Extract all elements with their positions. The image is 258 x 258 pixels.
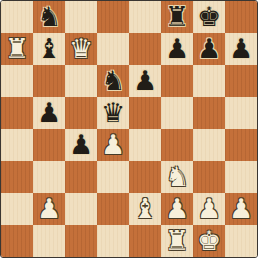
square-c6[interactable] <box>65 65 97 97</box>
square-f5[interactable] <box>161 97 193 129</box>
piece-black-rook-f8[interactable]: ♜ <box>165 1 189 33</box>
square-h5[interactable] <box>225 97 257 129</box>
square-c5[interactable] <box>65 97 97 129</box>
square-a7[interactable]: ♜ <box>1 33 33 65</box>
square-h6[interactable] <box>225 65 257 97</box>
piece-black-knight-b8[interactable]: ♞ <box>37 1 61 33</box>
piece-white-pawn-d4[interactable]: ♟ <box>101 129 125 161</box>
square-g2[interactable]: ♟ <box>193 193 225 225</box>
square-g8[interactable]: ♚ <box>193 1 225 33</box>
square-a3[interactable] <box>1 161 33 193</box>
square-d2[interactable] <box>97 193 129 225</box>
square-b8[interactable]: ♞ <box>33 1 65 33</box>
square-f3[interactable]: ♞ <box>161 161 193 193</box>
piece-white-bishop-e2[interactable]: ♝ <box>133 193 157 225</box>
piece-white-queen-c7[interactable]: ♛ <box>69 33 93 65</box>
square-e3[interactable] <box>129 161 161 193</box>
square-a4[interactable] <box>1 129 33 161</box>
square-h8[interactable] <box>225 1 257 33</box>
square-d6[interactable]: ♞ <box>97 65 129 97</box>
square-b7[interactable]: ♝ <box>33 33 65 65</box>
square-f7[interactable]: ♟ <box>161 33 193 65</box>
piece-black-king-g8[interactable]: ♚ <box>197 1 221 33</box>
square-b6[interactable] <box>33 65 65 97</box>
piece-black-pawn-c4[interactable]: ♟ <box>69 129 93 161</box>
square-b4[interactable] <box>33 129 65 161</box>
square-c2[interactable] <box>65 193 97 225</box>
square-f8[interactable]: ♜ <box>161 1 193 33</box>
square-c4[interactable]: ♟ <box>65 129 97 161</box>
piece-black-bishop-b7[interactable]: ♝ <box>37 33 61 65</box>
square-d1[interactable] <box>97 225 129 257</box>
square-g7[interactable]: ♟ <box>193 33 225 65</box>
piece-black-queen-d5[interactable]: ♛ <box>101 97 125 129</box>
piece-black-pawn-g7[interactable]: ♟ <box>197 33 221 65</box>
square-d8[interactable] <box>97 1 129 33</box>
square-e8[interactable] <box>129 1 161 33</box>
square-f4[interactable] <box>161 129 193 161</box>
piece-white-knight-f3[interactable]: ♞ <box>165 161 189 193</box>
square-a2[interactable] <box>1 193 33 225</box>
piece-white-rook-a7[interactable]: ♜ <box>5 33 29 65</box>
square-g5[interactable] <box>193 97 225 129</box>
square-e6[interactable]: ♟ <box>129 65 161 97</box>
piece-white-pawn-g2[interactable]: ♟ <box>197 193 221 225</box>
square-c8[interactable] <box>65 1 97 33</box>
piece-white-king-g1[interactable]: ♚ <box>197 225 221 257</box>
square-h4[interactable] <box>225 129 257 161</box>
piece-white-pawn-b2[interactable]: ♟ <box>37 193 61 225</box>
square-a1[interactable] <box>1 225 33 257</box>
square-a5[interactable] <box>1 97 33 129</box>
square-f1[interactable]: ♜ <box>161 225 193 257</box>
square-c3[interactable] <box>65 161 97 193</box>
piece-black-knight-d6[interactable]: ♞ <box>101 65 125 97</box>
piece-black-pawn-b5[interactable]: ♟ <box>37 97 61 129</box>
piece-white-rook-f1[interactable]: ♜ <box>165 225 189 257</box>
square-e1[interactable] <box>129 225 161 257</box>
piece-white-pawn-f2[interactable]: ♟ <box>165 193 189 225</box>
chess-board-frame: ♞♜♚♜♝♛♟♟♟♞♟♟♛♟♟♞♟♝♟♟♟♜♚ <box>0 0 258 258</box>
square-a8[interactable] <box>1 1 33 33</box>
square-d7[interactable] <box>97 33 129 65</box>
square-b5[interactable]: ♟ <box>33 97 65 129</box>
square-b1[interactable] <box>33 225 65 257</box>
square-d4[interactable]: ♟ <box>97 129 129 161</box>
square-g3[interactable] <box>193 161 225 193</box>
piece-black-pawn-f7[interactable]: ♟ <box>165 33 189 65</box>
square-g4[interactable] <box>193 129 225 161</box>
square-h2[interactable]: ♟ <box>225 193 257 225</box>
square-g6[interactable] <box>193 65 225 97</box>
square-g1[interactable]: ♚ <box>193 225 225 257</box>
piece-black-pawn-e6[interactable]: ♟ <box>133 65 157 97</box>
square-h1[interactable] <box>225 225 257 257</box>
square-f2[interactable]: ♟ <box>161 193 193 225</box>
square-e5[interactable] <box>129 97 161 129</box>
square-e2[interactable]: ♝ <box>129 193 161 225</box>
square-b2[interactable]: ♟ <box>33 193 65 225</box>
piece-white-pawn-h2[interactable]: ♟ <box>229 193 253 225</box>
square-d3[interactable] <box>97 161 129 193</box>
square-c7[interactable]: ♛ <box>65 33 97 65</box>
square-h7[interactable]: ♟ <box>225 33 257 65</box>
square-a6[interactable] <box>1 65 33 97</box>
square-b3[interactable] <box>33 161 65 193</box>
piece-black-pawn-h7[interactable]: ♟ <box>229 33 253 65</box>
square-f6[interactable] <box>161 65 193 97</box>
square-h3[interactable] <box>225 161 257 193</box>
square-c1[interactable] <box>65 225 97 257</box>
square-e7[interactable] <box>129 33 161 65</box>
chess-board: ♞♜♚♜♝♛♟♟♟♞♟♟♛♟♟♞♟♝♟♟♟♜♚ <box>1 1 257 257</box>
square-e4[interactable] <box>129 129 161 161</box>
square-d5[interactable]: ♛ <box>97 97 129 129</box>
